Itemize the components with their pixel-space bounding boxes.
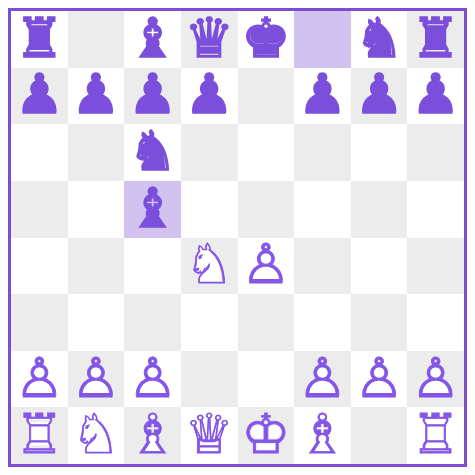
square-h7[interactable]: ♟ xyxy=(407,68,464,125)
square-d5[interactable] xyxy=(181,181,238,238)
square-a6[interactable] xyxy=(11,124,68,181)
square-f3[interactable] xyxy=(294,294,351,351)
square-a4[interactable] xyxy=(11,238,68,295)
square-a5[interactable] xyxy=(11,181,68,238)
square-d7[interactable]: ♟ xyxy=(181,68,238,125)
white-pawn[interactable]: ♟♙ xyxy=(15,351,64,406)
square-h3[interactable] xyxy=(407,294,464,351)
square-g2[interactable]: ♟♙ xyxy=(351,351,408,408)
square-e4[interactable]: ♟♙ xyxy=(238,238,295,295)
square-f7[interactable]: ♟ xyxy=(294,68,351,125)
piece-outline-layer: ♙ xyxy=(411,351,460,406)
square-g4[interactable] xyxy=(351,238,408,295)
square-a1[interactable]: ♜♖ xyxy=(11,407,68,464)
square-g3[interactable] xyxy=(351,294,408,351)
square-g8[interactable]: ♞ xyxy=(351,11,408,68)
black-pawn[interactable]: ♟ xyxy=(185,68,234,123)
black-pawn[interactable]: ♟ xyxy=(354,68,403,123)
square-d1[interactable]: ♛♕ xyxy=(181,407,238,464)
white-rook[interactable]: ♜♖ xyxy=(411,407,460,462)
white-queen[interactable]: ♛♕ xyxy=(185,407,234,462)
black-pawn[interactable]: ♟ xyxy=(71,68,120,123)
square-e3[interactable] xyxy=(238,294,295,351)
white-king[interactable]: ♚♔ xyxy=(241,407,290,462)
black-knight[interactable]: ♞ xyxy=(354,11,403,66)
square-c1[interactable]: ♝♗ xyxy=(124,407,181,464)
white-pawn[interactable]: ♟♙ xyxy=(241,238,290,293)
square-h2[interactable]: ♟♙ xyxy=(407,351,464,408)
square-c6[interactable]: ♞ xyxy=(124,124,181,181)
white-knight[interactable]: ♞♘ xyxy=(71,407,120,462)
black-knight[interactable]: ♞ xyxy=(128,124,177,179)
white-pawn[interactable]: ♟♙ xyxy=(411,351,460,406)
square-b5[interactable] xyxy=(68,181,125,238)
square-c2[interactable]: ♟♙ xyxy=(124,351,181,408)
square-f6[interactable] xyxy=(294,124,351,181)
square-f2[interactable]: ♟♙ xyxy=(294,351,351,408)
page: ♜♝♛♚♞♜♟♟♟♟♟♟♟♞♝♞♘♟♙♟♙♟♙♟♙♟♙♟♙♟♙♜♖♞♘♝♗♛♕♚… xyxy=(0,0,475,475)
black-rook[interactable]: ♜ xyxy=(15,11,64,66)
white-pawn[interactable]: ♟♙ xyxy=(354,351,403,406)
chess-board: ♜♝♛♚♞♜♟♟♟♟♟♟♟♞♝♞♘♟♙♟♙♟♙♟♙♟♙♟♙♟♙♜♖♞♘♝♗♛♕♚… xyxy=(8,8,467,467)
black-pawn[interactable]: ♟ xyxy=(298,68,347,123)
black-bishop[interactable]: ♝ xyxy=(128,181,177,236)
piece-outline-layer: ♖ xyxy=(411,407,460,462)
square-g1[interactable] xyxy=(351,407,408,464)
square-e5[interactable] xyxy=(238,181,295,238)
black-bishop[interactable]: ♝ xyxy=(128,11,177,66)
square-a7[interactable]: ♟ xyxy=(11,68,68,125)
piece-outline-layer: ♗ xyxy=(128,407,177,462)
square-b3[interactable] xyxy=(68,294,125,351)
square-c7[interactable]: ♟ xyxy=(124,68,181,125)
square-a3[interactable] xyxy=(11,294,68,351)
piece-outline-layer: ♙ xyxy=(298,351,347,406)
square-e7[interactable] xyxy=(238,68,295,125)
square-c8[interactable]: ♝ xyxy=(124,11,181,68)
square-a8[interactable]: ♜ xyxy=(11,11,68,68)
square-d2[interactable] xyxy=(181,351,238,408)
square-f1[interactable]: ♝♗ xyxy=(294,407,351,464)
black-pawn[interactable]: ♟ xyxy=(128,68,177,123)
square-b1[interactable]: ♞♘ xyxy=(68,407,125,464)
square-f8[interactable] xyxy=(294,11,351,68)
white-knight[interactable]: ♞♘ xyxy=(185,238,234,293)
piece-outline-layer: ♙ xyxy=(241,238,290,293)
piece-outline-layer: ♘ xyxy=(185,238,234,293)
square-b6[interactable] xyxy=(68,124,125,181)
square-c3[interactable] xyxy=(124,294,181,351)
square-b7[interactable]: ♟ xyxy=(68,68,125,125)
black-pawn[interactable]: ♟ xyxy=(15,68,64,123)
square-f5[interactable] xyxy=(294,181,351,238)
square-c5[interactable]: ♝ xyxy=(124,181,181,238)
square-d3[interactable] xyxy=(181,294,238,351)
square-b8[interactable] xyxy=(68,11,125,68)
square-f4[interactable] xyxy=(294,238,351,295)
square-b2[interactable]: ♟♙ xyxy=(68,351,125,408)
piece-outline-layer: ♙ xyxy=(71,351,120,406)
square-d6[interactable] xyxy=(181,124,238,181)
black-pawn[interactable]: ♟ xyxy=(411,68,460,123)
white-bishop[interactable]: ♝♗ xyxy=(298,407,347,462)
white-pawn[interactable]: ♟♙ xyxy=(298,351,347,406)
piece-outline-layer: ♖ xyxy=(15,407,64,462)
piece-outline-layer: ♗ xyxy=(298,407,347,462)
board-grid: ♜♝♛♚♞♜♟♟♟♟♟♟♟♞♝♞♘♟♙♟♙♟♙♟♙♟♙♟♙♟♙♜♖♞♘♝♗♛♕♚… xyxy=(11,11,464,464)
square-b4[interactable] xyxy=(68,238,125,295)
square-a2[interactable]: ♟♙ xyxy=(11,351,68,408)
square-g6[interactable] xyxy=(351,124,408,181)
square-h4[interactable] xyxy=(407,238,464,295)
piece-outline-layer: ♙ xyxy=(15,351,64,406)
piece-outline-layer: ♔ xyxy=(241,407,290,462)
square-c4[interactable] xyxy=(124,238,181,295)
square-e6[interactable] xyxy=(238,124,295,181)
black-king[interactable]: ♚ xyxy=(241,11,290,66)
square-h5[interactable] xyxy=(407,181,464,238)
piece-outline-layer: ♘ xyxy=(71,407,120,462)
square-d8[interactable]: ♛ xyxy=(181,11,238,68)
white-bishop[interactable]: ♝♗ xyxy=(128,407,177,462)
square-e2[interactable] xyxy=(238,351,295,408)
piece-outline-layer: ♕ xyxy=(185,407,234,462)
square-h8[interactable]: ♜ xyxy=(407,11,464,68)
square-h6[interactable] xyxy=(407,124,464,181)
square-g5[interactable] xyxy=(351,181,408,238)
white-rook[interactable]: ♜♖ xyxy=(15,407,64,462)
white-pawn[interactable]: ♟♙ xyxy=(128,351,177,406)
piece-outline-layer: ♙ xyxy=(128,351,177,406)
square-g7[interactable]: ♟ xyxy=(351,68,408,125)
piece-outline-layer: ♙ xyxy=(354,351,403,406)
square-e1[interactable]: ♚♔ xyxy=(238,407,295,464)
square-d4[interactable]: ♞♘ xyxy=(181,238,238,295)
black-rook[interactable]: ♜ xyxy=(411,11,460,66)
square-e8[interactable]: ♚ xyxy=(238,11,295,68)
black-queen[interactable]: ♛ xyxy=(185,11,234,66)
square-h1[interactable]: ♜♖ xyxy=(407,407,464,464)
white-pawn[interactable]: ♟♙ xyxy=(71,351,120,406)
